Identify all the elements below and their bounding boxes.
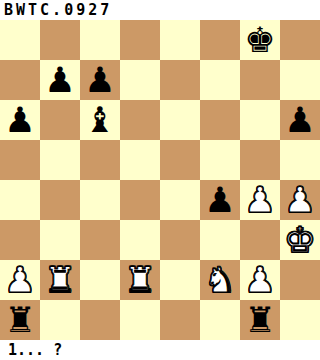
square-a5[interactable]	[0, 140, 40, 180]
white-knight[interactable]: ♞	[204, 260, 235, 300]
square-h7[interactable]	[280, 60, 320, 100]
black-king[interactable]: ♚	[244, 20, 275, 60]
square-d5[interactable]	[120, 140, 160, 180]
square-b5[interactable]	[40, 140, 80, 180]
square-e6[interactable]	[160, 100, 200, 140]
square-a2[interactable]: ♟	[0, 260, 40, 300]
square-g1[interactable]: ♜	[240, 300, 280, 340]
black-pawn[interactable]: ♟	[204, 180, 235, 220]
square-e3[interactable]	[160, 220, 200, 260]
square-e7[interactable]	[160, 60, 200, 100]
square-h3[interactable]: ♚	[280, 220, 320, 260]
square-d3[interactable]	[120, 220, 160, 260]
square-d4[interactable]	[120, 180, 160, 220]
square-b1[interactable]	[40, 300, 80, 340]
square-e4[interactable]	[160, 180, 200, 220]
square-a8[interactable]	[0, 20, 40, 60]
square-e8[interactable]	[160, 20, 200, 60]
black-pawn[interactable]: ♟	[44, 60, 75, 100]
square-b8[interactable]	[40, 20, 80, 60]
black-bishop[interactable]: ♝	[84, 100, 115, 140]
square-h8[interactable]	[280, 20, 320, 60]
square-g2[interactable]: ♟	[240, 260, 280, 300]
square-e2[interactable]	[160, 260, 200, 300]
square-c1[interactable]	[80, 300, 120, 340]
white-rook[interactable]: ♜	[124, 260, 155, 300]
square-b4[interactable]	[40, 180, 80, 220]
square-g7[interactable]	[240, 60, 280, 100]
black-pawn[interactable]: ♟	[284, 100, 315, 140]
square-h6[interactable]: ♟	[280, 100, 320, 140]
white-pawn[interactable]: ♟	[244, 180, 275, 220]
square-c3[interactable]	[80, 220, 120, 260]
square-g6[interactable]	[240, 100, 280, 140]
white-pawn[interactable]: ♟	[244, 260, 275, 300]
square-g5[interactable]	[240, 140, 280, 180]
square-f8[interactable]	[200, 20, 240, 60]
square-b2[interactable]: ♜	[40, 260, 80, 300]
square-d8[interactable]	[120, 20, 160, 60]
square-g8[interactable]: ♚	[240, 20, 280, 60]
square-a4[interactable]	[0, 180, 40, 220]
square-f6[interactable]	[200, 100, 240, 140]
square-h2[interactable]	[280, 260, 320, 300]
square-f5[interactable]	[200, 140, 240, 180]
move-prompt: 1... ?	[0, 340, 320, 360]
black-pawn[interactable]: ♟	[4, 100, 35, 140]
square-f2[interactable]: ♞	[200, 260, 240, 300]
square-b6[interactable]	[40, 100, 80, 140]
black-rook[interactable]: ♜	[4, 300, 35, 340]
square-a6[interactable]: ♟	[0, 100, 40, 140]
square-c5[interactable]	[80, 140, 120, 180]
square-f3[interactable]	[200, 220, 240, 260]
square-h5[interactable]	[280, 140, 320, 180]
white-pawn[interactable]: ♟	[284, 180, 315, 220]
square-c8[interactable]	[80, 20, 120, 60]
black-rook[interactable]: ♜	[244, 300, 275, 340]
square-c7[interactable]: ♟	[80, 60, 120, 100]
square-h4[interactable]: ♟	[280, 180, 320, 220]
black-pawn[interactable]: ♟	[84, 60, 115, 100]
white-king[interactable]: ♚	[284, 220, 315, 260]
square-c4[interactable]	[80, 180, 120, 220]
square-d1[interactable]	[120, 300, 160, 340]
square-b7[interactable]: ♟	[40, 60, 80, 100]
puzzle-id: BWTC.0927	[0, 0, 320, 20]
square-f4[interactable]: ♟	[200, 180, 240, 220]
square-f7[interactable]	[200, 60, 240, 100]
square-e5[interactable]	[160, 140, 200, 180]
chess-board: ♚♟♟♟♝♟♟♟♟♚♟♜♜♞♟♜♜	[0, 20, 320, 340]
square-g3[interactable]	[240, 220, 280, 260]
chess-puzzle-window: BWTC.0927 ♚♟♟♟♝♟♟♟♟♚♟♜♜♞♟♜♜ 1... ?	[0, 0, 320, 360]
square-f1[interactable]	[200, 300, 240, 340]
square-d6[interactable]	[120, 100, 160, 140]
white-pawn[interactable]: ♟	[4, 260, 35, 300]
square-a3[interactable]	[0, 220, 40, 260]
square-c6[interactable]: ♝	[80, 100, 120, 140]
square-g4[interactable]: ♟	[240, 180, 280, 220]
square-c2[interactable]	[80, 260, 120, 300]
square-d2[interactable]: ♜	[120, 260, 160, 300]
square-e1[interactable]	[160, 300, 200, 340]
square-h1[interactable]	[280, 300, 320, 340]
square-d7[interactable]	[120, 60, 160, 100]
square-b3[interactable]	[40, 220, 80, 260]
square-a7[interactable]	[0, 60, 40, 100]
square-a1[interactable]: ♜	[0, 300, 40, 340]
white-rook[interactable]: ♜	[44, 260, 75, 300]
